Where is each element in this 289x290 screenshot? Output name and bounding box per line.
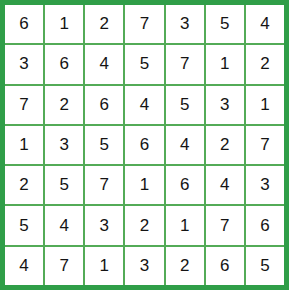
grid-cell[interactable]: 7 [5, 86, 43, 124]
grid-cell[interactable]: 4 [206, 166, 244, 204]
grid-cell[interactable]: 1 [206, 45, 244, 83]
grid-cell[interactable]: 3 [246, 166, 284, 204]
grid-cell[interactable]: 1 [125, 166, 163, 204]
grid-cell[interactable]: 4 [246, 5, 284, 43]
grid-cell[interactable]: 5 [166, 86, 204, 124]
grid-cell[interactable]: 5 [206, 5, 244, 43]
grid-cell[interactable]: 1 [166, 206, 204, 244]
grid-cell[interactable]: 3 [166, 5, 204, 43]
grid-cell[interactable]: 1 [5, 126, 43, 164]
grid-cell[interactable]: 7 [246, 126, 284, 164]
grid-cell[interactable]: 3 [45, 126, 83, 164]
grid-cell[interactable]: 3 [5, 45, 43, 83]
grid-cell[interactable]: 6 [246, 206, 284, 244]
grid-cell[interactable]: 5 [125, 45, 163, 83]
grid-cell[interactable]: 4 [85, 45, 123, 83]
grid-cell[interactable]: 4 [45, 206, 83, 244]
grid-cell[interactable]: 4 [125, 86, 163, 124]
grid-cell[interactable]: 6 [5, 5, 43, 43]
grid-cell[interactable]: 6 [206, 247, 244, 285]
grid-cell[interactable]: 7 [125, 5, 163, 43]
grid-cell[interactable]: 5 [85, 126, 123, 164]
grid-cell[interactable]: 2 [166, 247, 204, 285]
grid-cell[interactable]: 5 [5, 206, 43, 244]
grid-cell[interactable]: 4 [166, 126, 204, 164]
grid-cell[interactable]: 5 [246, 247, 284, 285]
grid-cell[interactable]: 1 [85, 247, 123, 285]
grid-cell[interactable]: 7 [206, 206, 244, 244]
grid-cell[interactable]: 2 [125, 206, 163, 244]
grid-cell[interactable]: 1 [246, 86, 284, 124]
grid-cell[interactable]: 6 [166, 166, 204, 204]
grid-cell[interactable]: 6 [45, 45, 83, 83]
number-grid-board: 6127354364571272645311356427257164354321… [0, 0, 289, 290]
puzzle-board-container: 6127354364571272645311356427257164354321… [0, 0, 289, 290]
grid-cell[interactable]: 7 [85, 166, 123, 204]
grid-cell[interactable]: 2 [85, 5, 123, 43]
grid-cell[interactable]: 2 [45, 86, 83, 124]
grid-cell[interactable]: 6 [125, 126, 163, 164]
grid-cell[interactable]: 3 [125, 247, 163, 285]
grid-cell[interactable]: 7 [166, 45, 204, 83]
grid-cell[interactable]: 6 [85, 86, 123, 124]
grid-cell[interactable]: 4 [5, 247, 43, 285]
grid-cell[interactable]: 1 [45, 5, 83, 43]
grid-cell[interactable]: 2 [206, 126, 244, 164]
grid-cell[interactable]: 2 [5, 166, 43, 204]
grid-cell[interactable]: 3 [85, 206, 123, 244]
grid-cell[interactable]: 5 [45, 166, 83, 204]
grid-cell[interactable]: 2 [246, 45, 284, 83]
grid-cell[interactable]: 7 [45, 247, 83, 285]
grid-cell[interactable]: 3 [206, 86, 244, 124]
